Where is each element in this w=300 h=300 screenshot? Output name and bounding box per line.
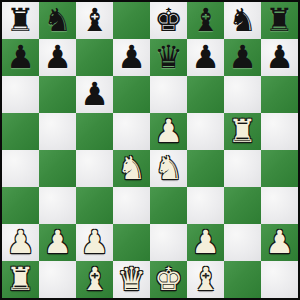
piece-white-bishop-icon: ♝ (80, 261, 109, 298)
piece-white-pawn-icon: ♟ (265, 224, 294, 261)
square-e4[interactable]: ♞ (150, 150, 187, 187)
piece-white-queen-icon: ♛ (117, 261, 146, 298)
chess-board: ♜♞♝♚♝♞♜♟♟♟♛♟♟♟♟♟♜♞♞♟♟♟♟♟♜♝♛♚♝ (0, 0, 300, 300)
piece-black-pawn-icon: ♟ (191, 39, 220, 76)
square-h3[interactable] (261, 187, 298, 224)
square-f8[interactable]: ♝ (187, 2, 224, 39)
piece-white-pawn-icon: ♟ (6, 224, 35, 261)
square-d5[interactable] (113, 113, 150, 150)
piece-black-pawn-icon: ♟ (43, 39, 72, 76)
square-a6[interactable] (2, 76, 39, 113)
square-f5[interactable] (187, 113, 224, 150)
square-a5[interactable] (2, 113, 39, 150)
piece-black-bishop-icon: ♝ (80, 2, 109, 39)
piece-white-bishop-icon: ♝ (191, 261, 220, 298)
piece-white-rook-icon: ♜ (228, 113, 257, 150)
piece-white-pawn-icon: ♟ (43, 224, 72, 261)
square-e3[interactable] (150, 187, 187, 224)
square-d8[interactable] (113, 2, 150, 39)
square-a2[interactable]: ♟ (2, 224, 39, 261)
square-g1[interactable] (224, 261, 261, 298)
piece-white-knight-icon: ♞ (117, 150, 146, 187)
square-d1[interactable]: ♛ (113, 261, 150, 298)
square-f2[interactable]: ♟ (187, 224, 224, 261)
square-c3[interactable] (76, 187, 113, 224)
piece-black-bishop-icon: ♝ (191, 2, 220, 39)
square-d3[interactable] (113, 187, 150, 224)
square-a8[interactable]: ♜ (2, 2, 39, 39)
square-b1[interactable] (39, 261, 76, 298)
square-c4[interactable] (76, 150, 113, 187)
square-b2[interactable]: ♟ (39, 224, 76, 261)
square-d4[interactable]: ♞ (113, 150, 150, 187)
square-b5[interactable] (39, 113, 76, 150)
piece-white-pawn-icon: ♟ (80, 224, 109, 261)
square-a1[interactable]: ♜ (2, 261, 39, 298)
square-g5[interactable]: ♜ (224, 113, 261, 150)
piece-white-knight-icon: ♞ (154, 150, 183, 187)
square-b7[interactable]: ♟ (39, 39, 76, 76)
piece-white-pawn-icon: ♟ (191, 224, 220, 261)
square-g7[interactable]: ♟ (224, 39, 261, 76)
square-h2[interactable]: ♟ (261, 224, 298, 261)
square-e8[interactable]: ♚ (150, 2, 187, 39)
square-a4[interactable] (2, 150, 39, 187)
square-c7[interactable] (76, 39, 113, 76)
piece-white-pawn-icon: ♟ (154, 113, 183, 150)
square-a7[interactable]: ♟ (2, 39, 39, 76)
square-d6[interactable] (113, 76, 150, 113)
square-a3[interactable] (2, 187, 39, 224)
square-e5[interactable]: ♟ (150, 113, 187, 150)
square-g8[interactable]: ♞ (224, 2, 261, 39)
square-f3[interactable] (187, 187, 224, 224)
piece-black-queen-icon: ♛ (154, 39, 183, 76)
piece-white-rook-icon: ♜ (6, 261, 35, 298)
square-g6[interactable] (224, 76, 261, 113)
square-f4[interactable] (187, 150, 224, 187)
square-b3[interactable] (39, 187, 76, 224)
piece-black-pawn-icon: ♟ (228, 39, 257, 76)
square-c8[interactable]: ♝ (76, 2, 113, 39)
piece-black-pawn-icon: ♟ (265, 39, 294, 76)
square-e1[interactable]: ♚ (150, 261, 187, 298)
square-h5[interactable] (261, 113, 298, 150)
piece-black-rook-icon: ♜ (6, 2, 35, 39)
square-h4[interactable] (261, 150, 298, 187)
piece-black-pawn-icon: ♟ (6, 39, 35, 76)
square-b6[interactable] (39, 76, 76, 113)
square-e2[interactable] (150, 224, 187, 261)
square-b4[interactable] (39, 150, 76, 187)
piece-black-knight-icon: ♞ (228, 2, 257, 39)
square-f1[interactable]: ♝ (187, 261, 224, 298)
square-h6[interactable] (261, 76, 298, 113)
square-h7[interactable]: ♟ (261, 39, 298, 76)
square-e6[interactable] (150, 76, 187, 113)
square-h8[interactable]: ♜ (261, 2, 298, 39)
piece-black-pawn-icon: ♟ (117, 39, 146, 76)
square-e7[interactable]: ♛ (150, 39, 187, 76)
square-f6[interactable] (187, 76, 224, 113)
piece-white-king-icon: ♚ (154, 261, 183, 298)
square-d7[interactable]: ♟ (113, 39, 150, 76)
square-g4[interactable] (224, 150, 261, 187)
piece-black-king-icon: ♚ (154, 2, 183, 39)
square-c6[interactable]: ♟ (76, 76, 113, 113)
square-c5[interactable] (76, 113, 113, 150)
piece-black-rook-icon: ♜ (265, 2, 294, 39)
square-c1[interactable]: ♝ (76, 261, 113, 298)
square-g2[interactable] (224, 224, 261, 261)
square-b8[interactable]: ♞ (39, 2, 76, 39)
piece-black-pawn-icon: ♟ (80, 76, 109, 113)
square-g3[interactable] (224, 187, 261, 224)
square-h1[interactable] (261, 261, 298, 298)
chess-diagram: ♜♞♝♚♝♞♜♟♟♟♛♟♟♟♟♟♜♞♞♟♟♟♟♟♜♝♛♚♝ (0, 0, 300, 300)
square-c2[interactable]: ♟ (76, 224, 113, 261)
piece-black-knight-icon: ♞ (43, 2, 72, 39)
square-f7[interactable]: ♟ (187, 39, 224, 76)
square-d2[interactable] (113, 224, 150, 261)
